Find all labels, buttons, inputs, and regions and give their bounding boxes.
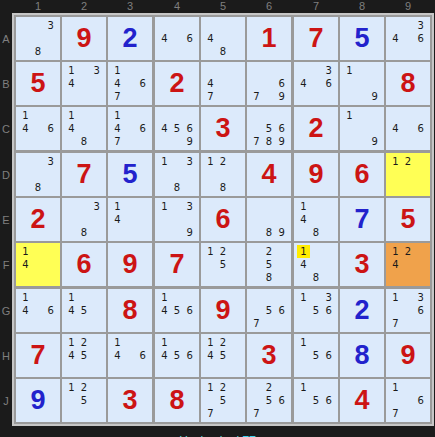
cell-C5[interactable]: 3 [201,107,245,150]
candidate-digit-1: 1 [158,155,171,168]
candidates: 14 [108,198,152,241]
cell-J1[interactable]: 9 [16,379,60,422]
candidate-digit-1: 1 [65,109,78,122]
candidates: 148 [294,198,338,241]
cell-G8[interactable]: 2 [340,289,384,332]
candidates: 4569 [155,107,199,150]
box-3: 3875238141469 [16,153,152,286]
candidate-digit-1: 1 [389,155,402,168]
cell-B1[interactable]: 5 [16,62,60,105]
cell-E8[interactable]: 7 [340,198,384,241]
cell-E6[interactable]: 89 [247,198,291,241]
given-digit: 7 [308,25,323,52]
candidate-digit-6: 6 [275,304,288,317]
candidate-digit-1: 1 [297,291,310,304]
given-digit: 2 [169,70,184,97]
cell-A3[interactable]: 2 [108,17,152,60]
candidates: 19 [340,107,384,150]
candidates: 56789 [247,107,291,150]
candidate-digit-4: 4 [65,304,78,317]
candidate-digit-5: 5 [171,122,184,135]
cell-D4[interactable]: 138 [155,153,199,196]
cell-A9[interactable]: 346 [386,17,430,60]
candidate-digit-3: 3 [322,291,335,304]
candidate-digit-5: 5 [310,394,323,407]
col-label-group: 123 [16,0,152,13]
candidate-digit-1: 1 [19,109,32,122]
candidate-digit-5: 5 [263,258,276,271]
candidate-digit-3: 3 [44,155,57,168]
candidate-digit-9: 9 [368,90,381,103]
candidate-digit-2: 2 [263,381,276,394]
candidate-digit-1: 1 [158,291,171,304]
solved-digit: 9 [30,387,45,414]
candidate-digit-4: 4 [111,77,124,90]
candidates: 46 [155,17,199,60]
candidates: 146 [108,334,152,377]
row-label-J: J [0,379,12,422]
row-label-G: G [0,289,12,332]
given-digit: 4 [354,387,369,414]
candidate-digit-6: 6 [275,77,288,90]
candidate-digit-5: 5 [78,304,91,317]
candidates: 89 [247,198,291,241]
candidate-digit-1: 1 [204,245,217,258]
given-digit: 9 [215,297,230,324]
candidate-digit-6: 6 [183,304,196,317]
box-5: 9612148751483124 [294,153,430,286]
candidate-digit-5: 5 [217,258,230,271]
candidates: 145 [62,289,106,332]
candidate-digit-8: 8 [263,226,276,239]
candidates: 1245 [62,334,106,377]
solved-digit: 2 [354,297,369,324]
box-8: 135621367156891564167 [294,289,430,422]
cell-D3[interactable]: 5 [108,153,152,196]
col-label-5: 5 [201,0,245,13]
cell-E1[interactable]: 2 [16,198,60,241]
candidate-digit-5: 5 [310,304,323,317]
col-label-3: 3 [108,0,152,13]
cell-D5[interactable]: 128 [201,153,245,196]
cell-E5[interactable]: 6 [201,198,245,241]
given-digit: 7 [169,251,184,278]
given-digit: 9 [76,25,91,52]
cell-A7[interactable]: 7 [294,17,338,60]
cell-F6[interactable]: 258 [247,243,291,286]
candidates: 679 [247,62,291,105]
row-label-group: GHJ [0,289,12,422]
candidate-digit-4: 4 [19,304,32,317]
cell-H1[interactable]: 7 [16,334,60,377]
given-digit: 6 [215,206,230,233]
candidate-digit-6: 6 [136,349,149,362]
cell-G1[interactable]: 146 [16,289,60,332]
cell-F9[interactable]: 124 [386,243,430,286]
candidate-digit-6: 6 [322,77,335,90]
cell-J9[interactable]: 167 [386,379,430,422]
cell-A2[interactable]: 9 [62,17,106,60]
candidate-digit-8: 8 [78,226,91,239]
cell-G4[interactable]: 1456 [155,289,199,332]
candidate-digit-1: 1 [343,64,356,77]
candidates: 47 [201,62,245,105]
row-label-B: B [0,62,12,105]
candidate-digit-2: 2 [263,245,276,258]
candidate-digit-4: 4 [389,122,402,135]
cell-C7[interactable]: 2 [294,107,338,150]
given-digit: 6 [354,161,369,188]
cell-C4[interactable]: 4569 [155,107,199,150]
cell-H7[interactable]: 156 [294,334,338,377]
candidate-digit-6: 6 [183,122,196,135]
col-label-1: 1 [16,0,60,13]
candidate-digit-2: 2 [217,245,230,258]
candidate-digit-7: 7 [111,135,124,148]
cell-F2[interactable]: 6 [62,243,106,286]
candidate-digit-6: 6 [275,394,288,407]
cell-J5[interactable]: 1257 [201,379,245,422]
cell-D6[interactable]: 4 [247,153,291,196]
candidate-digit-6: 6 [44,122,57,135]
cell-J6[interactable]: 2567 [247,379,291,422]
cell-J3[interactable]: 3 [108,379,152,422]
candidate-digit-4: 4 [111,213,124,226]
candidates: 346 [386,17,430,60]
candidate-digit-9: 9 [275,135,288,148]
cell-H2[interactable]: 1245 [62,334,106,377]
box-4: 13812841396897125258 [155,153,291,286]
candidate-digit-6: 6 [44,304,57,317]
candidate-digit-8: 8 [310,271,323,284]
cell-A8[interactable]: 5 [340,17,384,60]
candidate-digit-4: 4 [65,77,78,90]
cell-H6[interactable]: 3 [247,334,291,377]
box-0: 3892513414671461481467 [16,17,152,150]
row-label-F: F [0,243,12,286]
cell-C6[interactable]: 56789 [247,107,291,150]
cell-F5[interactable]: 125 [201,243,245,286]
candidate-digit-4: 4 [389,258,402,271]
candidate-digit-3: 3 [183,200,196,213]
candidates: 139 [155,198,199,241]
candidate-digit-6: 6 [414,32,427,45]
cell-D1[interactable]: 38 [16,153,60,196]
candidate-digit-4: 4 [19,122,32,135]
cell-G6[interactable]: 567 [247,289,291,332]
given-digit: 2 [308,115,323,142]
candidates: 2567 [247,379,291,422]
cell-A4[interactable]: 46 [155,17,199,60]
candidate-digit-1: 1 [111,336,124,349]
candidate-digit-4: 4 [389,32,402,45]
sudoku-board: 3892513414671461481467464812476794569356… [12,13,434,426]
cell-B8[interactable]: 19 [340,62,384,105]
candidates: 1245 [201,334,245,377]
candidates: 156 [294,334,338,377]
candidate-digit-3: 3 [44,19,57,32]
cell-D9[interactable]: 12 [386,153,430,196]
candidate-digit-8: 8 [32,181,45,194]
candidate-digit-4: 4 [65,349,78,362]
candidate-digit-4: 4 [158,304,171,317]
candidate-digit-4: 4 [19,258,32,271]
box-1: 464812476794569356789 [155,17,291,150]
row-label-group: DEF [0,153,12,286]
candidate-digit-2: 2 [78,336,91,349]
cell-F8[interactable]: 3 [340,243,384,286]
candidate-digit-7: 7 [204,407,217,420]
candidate-digit-1: 1 [389,381,402,394]
candidate-digit-5: 5 [217,349,230,362]
cell-E4[interactable]: 139 [155,198,199,241]
given-digit: 3 [215,115,230,142]
candidate-digit-1: 1 [297,200,310,213]
given-digit: 5 [400,206,415,233]
candidate-digit-6: 6 [322,349,335,362]
cell-J4[interactable]: 8 [155,379,199,422]
candidate-digit-1: 1 [204,155,217,168]
solved-digit: 2 [122,25,137,52]
candidate-digit-2: 2 [217,336,230,349]
candidate-digit-1: 1 [204,336,217,349]
candidate-digit-8: 8 [171,181,184,194]
cell-C1[interactable]: 146 [16,107,60,150]
candidates: 125 [201,243,245,286]
cell-H4[interactable]: 1456 [155,334,199,377]
candidate-digit-4: 4 [111,349,124,362]
given-digit: 1 [261,25,276,52]
given-digit: 2 [30,206,45,233]
given-digit: 8 [122,297,137,324]
sudoku-app: 123456789 ABCDEFGHJ 38925134146714614814… [0,0,435,437]
candidate-digit-5: 5 [263,122,276,135]
cell-E3[interactable]: 14 [108,198,152,241]
cell-D7[interactable]: 9 [294,153,338,196]
cell-H3[interactable]: 146 [108,334,152,377]
candidate-digit-9: 9 [183,226,196,239]
solved-digit: 8 [354,342,369,369]
candidates: 1456 [155,334,199,377]
given-digit: 9 [122,251,137,278]
candidate-digit-8: 8 [78,135,91,148]
candidates: 146 [16,107,60,150]
cell-F7[interactable]: 148 [294,243,338,286]
candidate-digit-5: 5 [263,304,276,317]
candidate-digit-6: 6 [414,122,427,135]
cell-D2[interactable]: 7 [62,153,106,196]
candidate-digit-2: 2 [217,155,230,168]
candidate-digit-4: 4 [204,32,217,45]
col-label-4: 4 [155,0,199,13]
solved-digit: 7 [354,206,369,233]
cell-H9[interactable]: 9 [386,334,430,377]
cell-G3[interactable]: 8 [108,289,152,332]
cell-G9[interactable]: 1367 [386,289,430,332]
cell-C9[interactable]: 46 [386,107,430,150]
col-label-group: 456 [155,0,291,13]
candidate-digit-1: 1 [158,336,171,349]
candidate-digit-7: 7 [389,407,402,420]
candidates: 38 [16,153,60,196]
candidate-digit-2: 2 [402,155,415,168]
cell-J7[interactable]: 156 [294,379,338,422]
candidates: 346 [294,62,338,105]
candidates: 19 [340,62,384,105]
candidate-digit-5: 5 [217,394,230,407]
candidate-digit-4: 4 [204,349,217,362]
candidate-digit-5: 5 [171,304,184,317]
candidate-digit-6: 6 [414,304,427,317]
candidate-digit-6: 6 [183,32,196,45]
col-label-7: 7 [294,0,338,13]
candidate-digit-1: 1 [111,109,124,122]
candidate-digit-1: 1 [111,200,124,213]
candidates: 46 [386,107,430,150]
cell-A5[interactable]: 48 [201,17,245,60]
cell-B9[interactable]: 8 [386,62,430,105]
candidate-digit-1: 1 [19,245,32,258]
cell-B6[interactable]: 679 [247,62,291,105]
cell-B5[interactable]: 47 [201,62,245,105]
cell-E2[interactable]: 38 [62,198,106,241]
cell-A6[interactable]: 1 [247,17,291,60]
candidate-digit-6: 6 [322,304,335,317]
box-7: 14569567145612453812572567 [155,289,291,422]
given-digit: 5 [30,70,45,97]
candidates: 1367 [386,289,430,332]
cell-F3[interactable]: 9 [108,243,152,286]
cell-A1[interactable]: 38 [16,17,60,60]
cell-F1[interactable]: 14 [16,243,60,286]
given-digit: 7 [30,342,45,369]
row-label-group: ABC [0,17,12,150]
candidate-digit-1: 1 [389,291,402,304]
candidate-digit-3: 3 [414,19,427,32]
candidate-digit-7: 7 [250,90,263,103]
candidate-digit-7: 7 [111,90,124,103]
candidate-digit-7: 7 [204,90,217,103]
candidate-digit-6: 6 [275,122,288,135]
candidate-digit-7: 7 [250,407,263,420]
cell-D8[interactable]: 6 [340,153,384,196]
candidate-digit-3: 3 [322,64,335,77]
candidates: 1467 [108,62,152,105]
candidates: 148 [62,107,106,150]
candidate-digit-5: 5 [310,349,323,362]
cell-B3[interactable]: 1467 [108,62,152,105]
cell-J8[interactable]: 4 [340,379,384,422]
given-digit: 8 [400,70,415,97]
candidates: 146 [16,289,60,332]
candidate-digit-4: 4 [111,122,124,135]
cell-G7[interactable]: 1356 [294,289,338,332]
cell-E9[interactable]: 5 [386,198,430,241]
candidate-digit-1: 1 [158,200,171,213]
candidates: 48 [201,17,245,60]
status-bar: Unchecked 77 [0,426,435,437]
col-label-6: 6 [247,0,291,13]
cell-B2[interactable]: 134 [62,62,106,105]
candidate-digit-1: 1 [297,336,310,349]
candidate-digit-8: 8 [217,181,230,194]
candidate-digit-4: 4 [65,122,78,135]
candidates: 156 [294,379,338,422]
candidate-digit-8: 8 [32,45,45,58]
candidate-digit-4: 4 [297,213,310,226]
candidate-digit-7: 7 [250,135,263,148]
candidate-digit-8: 8 [217,45,230,58]
candidates: 167 [386,379,430,422]
cell-B7[interactable]: 346 [294,62,338,105]
candidate-digit-3: 3 [183,155,196,168]
cell-B4[interactable]: 2 [155,62,199,105]
candidates: 12 [386,153,430,196]
candidates: 258 [247,243,291,286]
box-6: 14614587124514691253 [16,289,152,422]
candidate-digit-1: 1 [343,109,356,122]
cell-H8[interactable]: 8 [340,334,384,377]
candidate-digit-4: 4 [158,122,171,135]
candidate-digit-4: 4 [158,349,171,362]
candidates: 124 [386,243,430,286]
col-label-2: 2 [62,0,106,13]
candidates: 38 [62,198,106,241]
candidate-digit-8: 8 [310,226,323,239]
candidate-digit-5: 5 [78,394,91,407]
col-label-9: 9 [386,0,430,13]
given-digit: 9 [308,161,323,188]
row-label-D: D [0,153,12,196]
row-labels: ABCDEFGHJ [0,17,12,422]
candidates: 134 [62,62,106,105]
candidate-digit-7: 7 [250,317,263,330]
solved-digit: 5 [354,25,369,52]
candidates: 148 [294,243,338,286]
cell-J2[interactable]: 125 [62,379,106,422]
candidate-digit-8: 8 [263,271,276,284]
row-label-H: H [0,334,12,377]
solved-digit: 5 [122,161,137,188]
given-digit: 3 [261,342,276,369]
given-digit: 3 [354,251,369,278]
candidate-digit-6: 6 [183,349,196,362]
candidate-digit-4: 4 [297,77,310,90]
candidate-digit-9: 9 [183,135,196,148]
candidates: 14 [16,243,60,286]
cell-H5[interactable]: 1245 [201,334,245,377]
col-label-8: 8 [340,0,384,13]
cell-G2[interactable]: 145 [62,289,106,332]
candidate-digit-6: 6 [136,122,149,135]
cell-C8[interactable]: 19 [340,107,384,150]
candidate-digit-1: 1 [19,291,32,304]
candidates: 128 [201,153,245,196]
candidate-digit-3: 3 [414,291,427,304]
row-label-C: C [0,107,12,150]
candidates: 1356 [294,289,338,332]
col-label-group: 789 [294,0,430,13]
cell-C3[interactable]: 1467 [108,107,152,150]
candidates: 1467 [108,107,152,150]
candidate-digit-3: 3 [90,200,103,213]
cell-C2[interactable]: 148 [62,107,106,150]
cell-G5[interactable]: 9 [201,289,245,332]
cell-E7[interactable]: 148 [294,198,338,241]
cell-F4[interactable]: 7 [155,243,199,286]
candidate-digit-2: 2 [78,381,91,394]
candidates: 138 [155,153,199,196]
